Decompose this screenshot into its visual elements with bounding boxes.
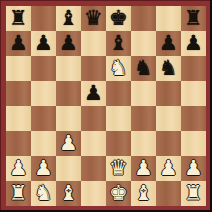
square-d8[interactable]: ♛ bbox=[81, 6, 106, 31]
square-h6[interactable] bbox=[181, 56, 206, 81]
square-g2[interactable]: ♟ bbox=[156, 156, 181, 181]
square-d3[interactable] bbox=[81, 131, 106, 156]
square-e3[interactable] bbox=[106, 131, 131, 156]
square-g1[interactable] bbox=[156, 181, 181, 206]
black-pawn-a7[interactable]: ♟ bbox=[9, 31, 28, 56]
square-g7[interactable]: ♟ bbox=[156, 31, 181, 56]
square-b2[interactable]: ♟ bbox=[31, 156, 56, 181]
white-bishop-c1[interactable]: ♝ bbox=[59, 181, 78, 206]
white-rook-h1[interactable]: ♜ bbox=[184, 181, 203, 206]
square-a8[interactable]: ♜ bbox=[6, 6, 31, 31]
square-f8[interactable] bbox=[131, 6, 156, 31]
square-c2[interactable] bbox=[56, 156, 81, 181]
square-a4[interactable] bbox=[6, 106, 31, 131]
square-a7[interactable]: ♟ bbox=[6, 31, 31, 56]
square-a6[interactable] bbox=[6, 56, 31, 81]
black-pawn-d5[interactable]: ♟ bbox=[84, 81, 103, 106]
black-pawn-g7[interactable]: ♟ bbox=[159, 31, 178, 56]
white-pawn-b2[interactable]: ♟ bbox=[34, 156, 53, 181]
square-e6[interactable]: ♞ bbox=[106, 56, 131, 81]
square-g6[interactable]: ♞ bbox=[156, 56, 181, 81]
square-b6[interactable] bbox=[31, 56, 56, 81]
square-e8[interactable]: ♚ bbox=[106, 6, 131, 31]
square-c4[interactable] bbox=[56, 106, 81, 131]
white-pawn-g2[interactable]: ♟ bbox=[159, 156, 178, 181]
white-pawn-f2[interactable]: ♟ bbox=[134, 156, 153, 181]
white-pawn-a2[interactable]: ♟ bbox=[9, 156, 28, 181]
white-king-e1[interactable]: ♚ bbox=[109, 181, 128, 206]
square-a1[interactable]: ♜ bbox=[6, 181, 31, 206]
black-bishop-c8[interactable]: ♝ bbox=[59, 6, 78, 31]
square-c5[interactable] bbox=[56, 81, 81, 106]
black-pawn-b7[interactable]: ♟ bbox=[34, 31, 53, 56]
square-e4[interactable] bbox=[106, 106, 131, 131]
square-d5[interactable]: ♟ bbox=[81, 81, 106, 106]
square-h3[interactable] bbox=[181, 131, 206, 156]
square-b4[interactable] bbox=[31, 106, 56, 131]
square-b3[interactable] bbox=[31, 131, 56, 156]
square-g5[interactable] bbox=[156, 81, 181, 106]
square-f5[interactable] bbox=[131, 81, 156, 106]
white-bishop-f1[interactable]: ♝ bbox=[134, 181, 153, 206]
square-h4[interactable] bbox=[181, 106, 206, 131]
square-d6[interactable] bbox=[81, 56, 106, 81]
square-e1[interactable]: ♚ bbox=[106, 181, 131, 206]
square-b7[interactable]: ♟ bbox=[31, 31, 56, 56]
white-pawn-h2[interactable]: ♟ bbox=[184, 156, 203, 181]
square-d7[interactable] bbox=[81, 31, 106, 56]
black-bishop-e7[interactable]: ♝ bbox=[109, 31, 128, 56]
black-rook-a8[interactable]: ♜ bbox=[9, 6, 28, 31]
square-g3[interactable] bbox=[156, 131, 181, 156]
square-c8[interactable]: ♝ bbox=[56, 6, 81, 31]
square-d1[interactable] bbox=[81, 181, 106, 206]
square-f6[interactable]: ♞ bbox=[131, 56, 156, 81]
square-c3[interactable]: ♟ bbox=[56, 131, 81, 156]
black-queen-d8[interactable]: ♛ bbox=[84, 6, 103, 31]
square-f4[interactable] bbox=[131, 106, 156, 131]
white-rook-a1[interactable]: ♜ bbox=[9, 181, 28, 206]
square-d4[interactable] bbox=[81, 106, 106, 131]
square-c7[interactable]: ♟ bbox=[56, 31, 81, 56]
square-f2[interactable]: ♟ bbox=[131, 156, 156, 181]
square-h1[interactable]: ♜ bbox=[181, 181, 206, 206]
white-knight-e6[interactable]: ♞ bbox=[109, 56, 128, 81]
square-f3[interactable] bbox=[131, 131, 156, 156]
square-a5[interactable] bbox=[6, 81, 31, 106]
black-knight-f6[interactable]: ♞ bbox=[134, 56, 153, 81]
square-g8[interactable] bbox=[156, 6, 181, 31]
black-knight-g6[interactable]: ♞ bbox=[159, 56, 178, 81]
white-pawn-c3[interactable]: ♟ bbox=[59, 131, 78, 156]
square-g4[interactable] bbox=[156, 106, 181, 131]
black-pawn-h7[interactable]: ♟ bbox=[184, 31, 203, 56]
square-f1[interactable]: ♝ bbox=[131, 181, 156, 206]
square-e7[interactable]: ♝ bbox=[106, 31, 131, 56]
square-h2[interactable]: ♟ bbox=[181, 156, 206, 181]
square-b5[interactable] bbox=[31, 81, 56, 106]
square-h8[interactable]: ♜ bbox=[181, 6, 206, 31]
black-pawn-c7[interactable]: ♟ bbox=[59, 31, 78, 56]
black-king-e8[interactable]: ♚ bbox=[109, 6, 128, 31]
white-knight-b1[interactable]: ♞ bbox=[34, 181, 53, 206]
black-rook-h8[interactable]: ♜ bbox=[184, 6, 203, 31]
square-b8[interactable] bbox=[31, 6, 56, 31]
board-frame: ♜♝♛♚♜♟♟♟♝♟♟♞♞♞♟♟♟♟♛♟♟♟♜♞♝♚♝♜ bbox=[0, 0, 212, 212]
square-f7[interactable] bbox=[131, 31, 156, 56]
square-h7[interactable]: ♟ bbox=[181, 31, 206, 56]
square-a3[interactable] bbox=[6, 131, 31, 156]
square-e2[interactable]: ♛ bbox=[106, 156, 131, 181]
square-h5[interactable] bbox=[181, 81, 206, 106]
square-c6[interactable] bbox=[56, 56, 81, 81]
square-c1[interactable]: ♝ bbox=[56, 181, 81, 206]
square-b1[interactable]: ♞ bbox=[31, 181, 56, 206]
white-queen-e2[interactable]: ♛ bbox=[109, 156, 128, 181]
square-d2[interactable] bbox=[81, 156, 106, 181]
square-a2[interactable]: ♟ bbox=[6, 156, 31, 181]
square-e5[interactable] bbox=[106, 81, 131, 106]
chess-board: ♜♝♛♚♜♟♟♟♝♟♟♞♞♞♟♟♟♟♛♟♟♟♜♞♝♚♝♜ bbox=[6, 6, 206, 206]
